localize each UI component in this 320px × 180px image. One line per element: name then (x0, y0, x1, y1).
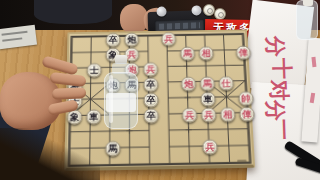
banner-char: 一 (272, 119, 294, 141)
red-piece-兵[interactable]: 兵 (143, 62, 158, 76)
red-piece-相[interactable]: 相 (199, 46, 214, 60)
black-piece-卒[interactable]: 卒 (106, 33, 121, 47)
table-edge-shadow (0, 128, 100, 180)
black-piece-車[interactable]: 車 (86, 109, 101, 124)
captured-piece[interactable] (214, 8, 226, 20)
black-piece-卒[interactable]: 卒 (144, 108, 159, 123)
red-piece-馬[interactable]: 馬 (200, 76, 215, 91)
background-bottle-cap (303, 0, 313, 6)
banner-char-fragment (310, 93, 316, 104)
red-piece-兵[interactable]: 兵 (182, 108, 198, 123)
clock-lcd-digits (159, 22, 200, 29)
bottle-highlight (109, 75, 113, 123)
captured-piece-mark (207, 8, 213, 14)
background-bottle (296, 0, 318, 40)
black-piece-馬[interactable]: 馬 (105, 141, 120, 157)
black-piece-象[interactable]: 象 (67, 110, 82, 125)
captured-piece-mark (218, 12, 224, 18)
player-finger (52, 87, 87, 100)
board-intersections: 卒炮象士将炮馬卒士卒車象車卒馬兵兵馬相俥炮兵炮馬仕帥兵兵相俥兵 (74, 38, 250, 166)
red-piece-相[interactable]: 相 (220, 107, 236, 122)
clock-button-right[interactable] (191, 5, 201, 15)
black-piece-卒[interactable]: 卒 (143, 93, 158, 108)
red-piece-兵[interactable]: 兵 (202, 139, 218, 155)
background-person (34, 0, 112, 24)
water-bottle[interactable] (104, 55, 138, 129)
red-piece-俥[interactable]: 俥 (236, 46, 251, 60)
black-piece-車[interactable]: 車 (200, 92, 216, 107)
red-piece-炮[interactable]: 炮 (181, 77, 196, 92)
clock-button-left[interactable] (156, 6, 166, 16)
red-piece-兵[interactable]: 兵 (161, 32, 176, 46)
black-piece-士[interactable]: 士 (87, 63, 102, 78)
sign-text-line (2, 37, 22, 41)
board-maker-mark (237, 160, 246, 163)
red-piece-馬[interactable]: 馬 (180, 46, 195, 60)
photo-scene: 无敌多么寂寞 分 十 对 分 一 卒炮 (0, 0, 320, 180)
sign-text-line (2, 31, 28, 36)
red-piece-仕[interactable]: 仕 (219, 76, 235, 91)
banner-char-fragment (311, 57, 316, 67)
black-piece-炮[interactable]: 炮 (124, 33, 139, 47)
banner-char: 十 (271, 58, 293, 80)
banner-char: 对 (268, 80, 290, 102)
banner-char: 分 (264, 36, 286, 58)
red-piece-兵[interactable]: 兵 (201, 107, 217, 122)
black-piece-卒[interactable]: 卒 (143, 77, 158, 92)
